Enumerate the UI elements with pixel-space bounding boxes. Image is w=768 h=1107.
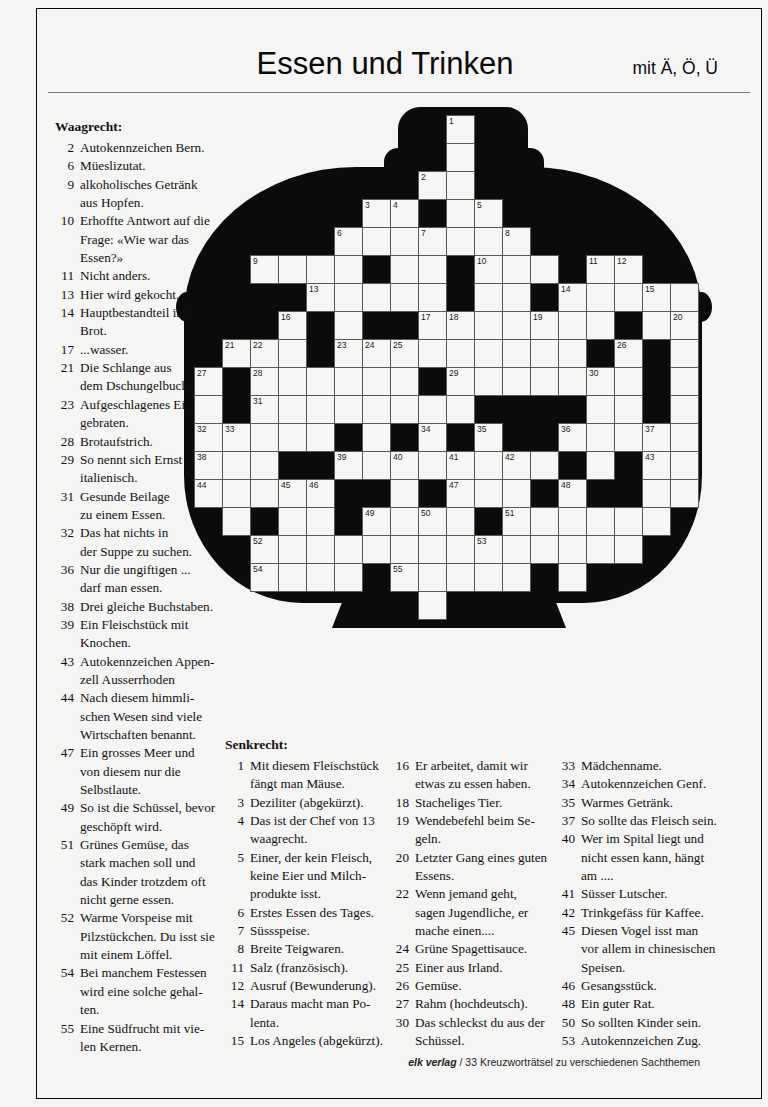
clue-number: 52 [55,909,74,927]
grid-cell[interactable] [474,367,503,396]
grid-cell[interactable] [530,339,559,368]
grid-cell[interactable] [670,479,699,508]
clue-item: 2Autokennzeichen Bern. [55,139,245,157]
cell-number-label: 22 [253,341,262,350]
clue-text: Ausruf (Bewunderung). [250,977,376,995]
clue-text: Nach diesem himmli- schen Wesen sind vie… [80,689,202,744]
clue-text: Einer aus Irland. [415,959,503,977]
grid-cell[interactable]: 11 [586,255,615,284]
cell-number-label: 6 [337,229,342,238]
grid-cell[interactable] [418,535,447,564]
grid-cell[interactable] [278,339,307,368]
grid-cell[interactable] [418,395,447,424]
cell-number-label: 17 [421,313,430,322]
grid-cell[interactable] [614,395,643,424]
clue-item: 16Er arbeitet, damit wir etwas zu essen … [390,757,554,794]
clue-text: Wendebefehl beim Se- geln. [415,812,535,849]
grid-cell[interactable] [446,199,475,228]
grid-cell[interactable] [390,479,419,508]
clue-item: 15Los Angeles (abgekürzt). [225,1032,390,1050]
grid-cell[interactable] [530,535,559,564]
clue-item: 11Salz (französisch). [225,959,390,977]
clue-item: 13Hier wird gekocht. [55,286,245,304]
cell-number-label: 7 [421,229,426,238]
grid-cell[interactable]: 26 [614,339,643,368]
grid-cell[interactable] [642,507,671,536]
grid-cell[interactable]: 40 [390,451,419,480]
grid-cell[interactable]: 48 [558,479,587,508]
cell-number-label: 4 [393,201,398,210]
grid-cell[interactable] [418,339,447,368]
clue-number: 53 [556,1032,575,1050]
grid-cell[interactable]: 55 [390,563,419,592]
grid-cell[interactable] [670,423,699,452]
grid-cell[interactable]: 23 [334,339,363,368]
grid-cell[interactable] [334,395,363,424]
grid-cell[interactable] [390,255,419,284]
clue-text: Grünes Gemüse, das stark machen soll und… [80,836,206,909]
grid-cell[interactable]: 24 [362,339,391,368]
clue-text: So ist die Schüssel, bevor geschöpft wir… [80,799,215,836]
grid-cell[interactable]: 47 [446,479,475,508]
clue-number: 13 [55,286,74,304]
grid-cell[interactable] [558,339,587,368]
grid-cell[interactable] [530,451,559,480]
cell-number-label: 15 [645,285,654,294]
clue-text: Salz (französisch). [250,959,348,977]
grid-cell[interactable] [278,563,307,592]
clue-item: 49So ist die Schüssel, bevor geschöpft w… [55,799,245,836]
grid-cell[interactable] [334,311,363,340]
grid-cell[interactable]: 17 [418,311,447,340]
clue-number: 37 [556,812,575,830]
clue-number: 21 [55,359,74,377]
clue-item: 33Mädchenname. [556,757,724,775]
grid-cell[interactable]: 53 [474,535,503,564]
cell-number-label: 36 [561,425,570,434]
cell-number-label: 26 [617,341,626,350]
cell-number-label: 18 [449,313,458,322]
clue-text: Mit diesem Fleischstück fängt man Mäuse. [250,757,379,794]
grid-cell[interactable] [670,367,699,396]
grid-cell[interactable] [502,255,531,284]
grid-cell[interactable]: 14 [558,283,587,312]
grid-cell[interactable]: 37 [642,423,671,452]
grid-cell[interactable] [362,283,391,312]
grid-cell[interactable]: 22 [250,339,279,368]
grid-cell[interactable] [502,283,531,312]
grid-cell[interactable] [642,479,671,508]
clue-number: 4 [225,812,244,830]
clue-text: Diesen Vogel isst man vor allem in chine… [581,922,715,977]
cell-number-label: 23 [337,341,346,350]
grid-cell[interactable] [586,451,615,480]
grid-cell[interactable]: 4 [390,199,419,228]
cell-number-label: 24 [365,341,374,350]
clue-text: Ein grosses Meer und von diesem nur die … [80,744,195,799]
grid-cell[interactable] [306,395,335,424]
clue-item: 9alkoholisches Getränk aus Hopfen. [55,176,245,213]
grid-cell[interactable]: 12 [614,255,643,284]
grid-cell[interactable] [278,395,307,424]
grid-cell[interactable] [362,367,391,396]
clue-text: Die Schlange aus dem Dschungelbuch. [80,359,191,396]
grid-cell[interactable] [474,479,503,508]
grid-cell[interactable] [474,227,503,256]
grid-cell[interactable] [418,591,447,620]
grid-cell[interactable] [390,507,419,536]
clue-text: So nennt sich Ernst italienisch. [80,451,182,488]
clue-text: Daraus macht man Po- lenta. [250,995,370,1032]
clue-text: Grüne Spagettisauce. [415,940,527,958]
cell-number-label: 52 [253,537,262,546]
clue-item: 24Grüne Spagettisauce. [390,940,554,958]
cell-number-label: 5 [477,201,482,210]
clue-text: Bei manchem Festessen wird eine solche g… [80,964,207,1019]
grid-cell[interactable] [362,535,391,564]
clue-number: 1 [225,757,244,775]
down-clue-list-2: 16Er arbeitet, damit wir etwas zu essen … [390,757,554,1051]
clue-text: Gesunde Beilage zu einem Essen. [80,488,170,525]
cell-number-label: 13 [309,285,318,294]
grid-cell[interactable] [474,339,503,368]
grid-cell[interactable] [586,395,615,424]
grid-cell[interactable]: 19 [530,311,559,340]
grid-cell[interactable] [558,367,587,396]
grid-cell[interactable] [614,367,643,396]
clue-item: 18Stacheliges Tier. [390,794,554,812]
grid-cell[interactable]: 39 [334,451,363,480]
clue-text: Wenn jemand geht, sagen Jugendliche, er … [415,885,528,940]
grid-cell[interactable] [306,535,335,564]
grid-cell[interactable] [614,535,643,564]
grid-cell[interactable] [586,423,615,452]
clue-item: 32Das hat nichts in der Suppe zu suchen. [55,524,245,561]
clue-number: 39 [55,616,74,634]
grid-cell[interactable] [474,563,503,592]
grid-cell[interactable] [390,535,419,564]
grid-cell[interactable]: 3 [362,199,391,228]
grid-cell[interactable] [306,423,335,452]
grid-cell[interactable]: 42 [502,451,531,480]
clue-item: 14Hauptbestandteil im Brot. [55,304,245,341]
grid-cell[interactable]: 15 [642,283,671,312]
grid-cell[interactable] [474,283,503,312]
grid-cell[interactable] [278,535,307,564]
grid-cell[interactable] [446,143,475,172]
cell-number-label: 40 [393,453,402,462]
grid-cell[interactable] [418,283,447,312]
grid-cell[interactable]: 6 [334,227,363,256]
clue-text: Wer im Spital liegt und nicht essen kann… [581,830,704,885]
cell-number-label: 47 [449,481,458,490]
clue-item: 34Autokennzeichen Genf. [556,775,724,793]
grid-cell[interactable] [558,507,587,536]
cell-number-label: 42 [505,453,514,462]
grid-cell[interactable]: 9 [250,255,279,284]
grid-cell[interactable]: 1 [446,115,475,144]
grid-cell[interactable] [502,339,531,368]
clue-item: 44Nach diesem himmli- schen Wesen sind v… [55,689,245,744]
clue-text: Breite Teigwaren. [250,940,344,958]
page-title: Essen und Trinken [150,46,620,82]
clue-number: 17 [55,341,74,359]
cell-number-label: 29 [449,369,458,378]
grid-cell[interactable] [250,479,279,508]
grid-cell[interactable] [278,255,307,284]
clue-text: Süssspeise. [250,922,310,940]
grid-cell[interactable]: 51 [502,507,531,536]
grid-cell[interactable] [390,283,419,312]
grid-cell[interactable] [586,535,615,564]
clue-item: 35Warmes Getränk. [556,794,724,812]
cell-number-label: 11 [589,257,598,266]
clue-item: 23Aufgeschlagenes Ei, gebraten. [55,396,245,433]
grid-cell[interactable]: 43 [642,451,671,480]
clue-number: 10 [55,212,74,230]
grid-cell[interactable]: 50 [418,507,447,536]
cell-number-label: 39 [337,453,346,462]
grid-cell[interactable]: 34 [418,423,447,452]
publisher-footer: elk verlag / 33 Kreuzworträtsel zu versc… [400,1056,700,1068]
grid-cell[interactable] [614,507,643,536]
grid-cell[interactable]: 35 [474,423,503,452]
clue-item: 38Drei gleiche Buchstaben. [55,598,245,616]
clue-number: 26 [390,977,409,995]
grid-cell[interactable]: 36 [558,423,587,452]
grid-cell[interactable] [502,563,531,592]
grid-cell[interactable] [362,227,391,256]
clue-item: 7Süssspeise. [225,922,390,940]
cell-number-label: 20 [673,313,682,322]
grid-cell[interactable] [586,507,615,536]
clue-text: Eine Südfrucht mit vie- len Kernen. [80,1020,204,1057]
grid-cell[interactable] [306,367,335,396]
clue-text: Nur die ungiftigen ... darf man essen. [80,561,191,598]
clue-item: 47Ein grosses Meer und von diesem nur di… [55,744,245,799]
clue-text: Brotaufstrich. [80,433,153,451]
clue-item: 29So nennt sich Ernst italienisch. [55,451,245,488]
clue-number: 31 [55,488,74,506]
cell-number-label: 54 [253,565,262,574]
grid-cell[interactable]: 16 [278,311,307,340]
cell-number-label: 16 [281,313,290,322]
grid-cell[interactable]: 5 [474,199,503,228]
grid-cell[interactable] [642,311,671,340]
clue-item: 30Das schleckst du aus der Schüssel. [390,1014,554,1051]
grid-cell[interactable]: 29 [446,367,475,396]
clue-text: Warmes Getränk. [581,794,673,812]
clue-item: 36Nur die ungiftigen ... darf man essen. [55,561,245,598]
grid-cell[interactable]: 31 [250,395,279,424]
clue-item: 43Autokennzeichen Appen- zell Ausserrhod… [55,653,245,690]
grid-cell[interactable] [558,563,587,592]
clue-item: 52Warme Vorspeise mit Pilzstückchen. Du … [55,909,245,964]
clue-text: Nicht anders. [80,267,150,285]
clue-number: 49 [55,799,74,817]
grid-cell[interactable] [502,311,531,340]
grid-cell[interactable] [670,395,699,424]
clue-number: 32 [55,524,74,542]
grid-cell[interactable] [586,283,615,312]
clue-text: Erstes Essen des Tages. [250,904,374,922]
grid-cell[interactable] [390,227,419,256]
clue-text: Los Angeles (abgekürzt). [250,1032,383,1050]
grid-cell[interactable] [670,339,699,368]
grid-cell[interactable] [446,339,475,368]
grid-cell[interactable] [278,507,307,536]
clue-item: 25Einer aus Irland. [390,959,554,977]
grid-cell[interactable] [530,367,559,396]
clue-item: 41Süsser Lutscher. [556,885,724,903]
grid-cell[interactable]: 2 [418,171,447,200]
grid-cell[interactable] [446,395,475,424]
grid-cell[interactable]: 8 [502,227,531,256]
grid-cell[interactable] [446,563,475,592]
grid-cell[interactable] [670,283,699,312]
grid-cell[interactable] [362,395,391,424]
grid-cell[interactable] [334,283,363,312]
grid-cell[interactable] [418,255,447,284]
clue-number: 11 [225,959,244,977]
grid-cell[interactable] [558,535,587,564]
clue-item: 31Gesunde Beilage zu einem Essen. [55,488,245,525]
grid-cell[interactable]: 13 [306,283,335,312]
cell-number-label: 55 [393,565,402,574]
cell-number-label: 34 [421,425,430,434]
clue-item: 17...wasser. [55,341,245,359]
clue-number: 6 [225,904,244,922]
clue-text: Autokennzeichen Zug. [581,1032,701,1050]
grid-cell[interactable]: 18 [446,311,475,340]
grid-cell[interactable] [530,255,559,284]
grid-cell[interactable] [334,367,363,396]
cell-number-label: 9 [253,257,258,266]
clue-number: 30 [390,1014,409,1032]
grid-cell[interactable] [306,255,335,284]
grid-cell[interactable] [670,451,699,480]
cell-number-label: 37 [645,425,654,434]
grid-cell[interactable]: 30 [586,367,615,396]
grid-cell[interactable]: 52 [250,535,279,564]
clue-text: So sollte das Fleisch sein. [581,812,717,830]
grid-cell[interactable] [418,563,447,592]
clue-text: Autokennzeichen Appen- zell Ausserrhoden [80,653,214,690]
grid-cell[interactable] [334,535,363,564]
grid-cell[interactable] [502,479,531,508]
grid-cell[interactable]: 20 [670,311,699,340]
grid-cell[interactable]: 7 [418,227,447,256]
cell-number-label: 45 [281,481,290,490]
clue-text: Autokennzeichen Genf. [581,775,706,793]
grid-cell[interactable] [418,451,447,480]
grid-cell[interactable]: 49 [362,507,391,536]
grid-cell[interactable] [362,451,391,480]
grid-cell[interactable]: 25 [390,339,419,368]
clue-text: Rahm (hochdeutsch). [415,995,528,1013]
clue-item: 45Diesen Vogel isst man vor allem in chi… [556,922,724,977]
grid-cell[interactable] [586,311,615,340]
grid-cell[interactable] [558,311,587,340]
clue-item: 11Nicht anders. [55,267,245,285]
grid-cell[interactable] [334,563,363,592]
grid-cell[interactable] [250,423,279,452]
clue-text: Mädchenname. [581,757,662,775]
umlaut-note: mit Ä, Ö, Ü [588,58,718,79]
clue-number: 11 [55,267,74,285]
grid-cell[interactable]: 54 [250,563,279,592]
clue-item: 51Grünes Gemüse, das stark machen soll u… [55,836,245,909]
clue-item: 54Bei manchem Festessen wird eine solche… [55,964,245,1019]
down-header: Senkrecht: [225,737,288,753]
grid-cell[interactable] [306,507,335,536]
grid-cell[interactable]: 45 [278,479,307,508]
clue-item: 28Brotaufstrich. [55,433,245,451]
grid-cell[interactable] [614,423,643,452]
cell-number-label: 2 [421,173,426,182]
grid-cell[interactable] [474,451,503,480]
grid-cell[interactable] [474,311,503,340]
clue-number: 40 [556,830,575,848]
cell-number-label: 53 [477,537,486,546]
grid-cell[interactable]: 46 [306,479,335,508]
grid-cell[interactable] [306,563,335,592]
cell-number-label: 14 [561,285,570,294]
grid-cell[interactable] [446,227,475,256]
grid-cell[interactable]: 28 [250,367,279,396]
grid-cell[interactable] [250,451,279,480]
clue-text: So sollten Kinder sein. [581,1014,701,1032]
grid-cell[interactable]: 10 [474,255,503,284]
clue-item: 3Deziliter (abgekürzt). [225,794,390,812]
clue-number: 47 [55,744,74,762]
cell-number-label: 8 [505,229,510,238]
clue-number: 42 [556,904,575,922]
series-title: / 33 Kreuzworträtsel zu verschiedenen Sa… [457,1056,700,1068]
grid-cell[interactable] [278,367,307,396]
grid-cell[interactable] [446,171,475,200]
grid-cell[interactable] [390,367,419,396]
clue-item: 40Wer im Spital liegt und nicht essen ka… [556,830,724,885]
grid-cell[interactable] [530,507,559,536]
grid-cell[interactable] [446,535,475,564]
cell-number-label: 25 [393,341,402,350]
cell-number-label: 51 [505,509,514,518]
clue-text: Gemüse. [415,977,462,995]
publisher-name: elk verlag [408,1056,456,1068]
clue-text: Aufgeschlagenes Ei, gebraten. [80,396,188,433]
cell-number-label: 43 [645,453,654,462]
grid-cell[interactable] [390,395,419,424]
grid-cell[interactable] [614,283,643,312]
grid-cell[interactable]: 41 [446,451,475,480]
grid-cell[interactable] [334,255,363,284]
clue-number: 14 [225,995,244,1013]
clue-number: 19 [390,812,409,830]
grid-cell[interactable] [278,423,307,452]
clue-item: 12Ausruf (Bewunderung). [225,977,390,995]
clue-item: 53Autokennzeichen Zug. [556,1032,724,1050]
grid-cell[interactable] [362,423,391,452]
grid-cell[interactable] [502,535,531,564]
clue-text: Letzter Gang eines guten Essens. [415,849,547,886]
grid-cell[interactable] [446,507,475,536]
clue-number: 55 [55,1020,74,1038]
clue-number: 25 [390,959,409,977]
grid-cell[interactable] [502,367,531,396]
clue-number: 16 [390,757,409,775]
down-clue-list-3: 33Mädchenname.34Autokennzeichen Genf.35W… [556,757,724,1051]
